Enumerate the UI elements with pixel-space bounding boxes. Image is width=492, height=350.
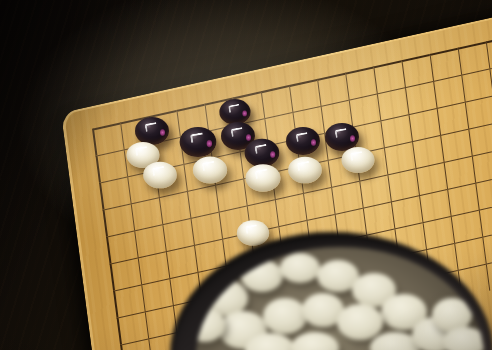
white-stone[interactable] bbox=[193, 156, 227, 183]
bowl-white-stone bbox=[443, 327, 484, 350]
white-stone[interactable] bbox=[342, 147, 375, 173]
bowl-white-stone bbox=[291, 332, 339, 350]
white-stone[interactable] bbox=[237, 220, 269, 245]
black-stone[interactable] bbox=[180, 127, 217, 157]
bowl-white-stone bbox=[337, 304, 383, 340]
bowl-white-stone bbox=[263, 298, 307, 334]
go-board-photo-scene bbox=[0, 0, 492, 350]
bowl-white-stone bbox=[241, 260, 283, 292]
black-stone[interactable] bbox=[135, 117, 169, 145]
white-stone[interactable] bbox=[246, 164, 281, 192]
black-stone[interactable] bbox=[219, 99, 250, 125]
white-stone[interactable] bbox=[288, 157, 322, 184]
white-stone[interactable] bbox=[143, 162, 177, 189]
black-stone[interactable] bbox=[245, 139, 280, 168]
bowl-white-stone bbox=[280, 253, 320, 283]
black-stone[interactable] bbox=[286, 127, 320, 155]
